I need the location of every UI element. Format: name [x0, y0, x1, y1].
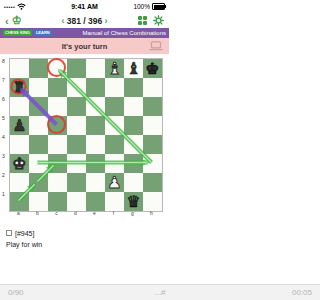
square-f1[interactable] — [105, 192, 124, 211]
square-b8[interactable] — [29, 59, 48, 78]
square-f5[interactable] — [105, 116, 124, 135]
file-label-h: h — [142, 210, 161, 217]
rank-label-5: 5 — [2, 115, 9, 134]
square-b2[interactable] — [29, 173, 48, 192]
square-d1[interactable] — [67, 192, 86, 211]
piece-white-king: ♚ — [10, 154, 29, 173]
square-a6[interactable] — [10, 97, 29, 116]
settings-gear-icon[interactable] — [153, 15, 164, 26]
square-h6[interactable] — [143, 97, 162, 116]
brand-banner: CHESS KING LEARN Manual of Chess Combina… — [0, 28, 169, 38]
square-g1[interactable]: ♛ — [124, 192, 143, 211]
puzzle-caption: [#945] Play for win — [6, 228, 169, 250]
square-d8[interactable] — [67, 59, 86, 78]
square-c4[interactable] — [48, 135, 67, 154]
square-b6[interactable] — [29, 97, 48, 116]
rank-label-6: 6 — [2, 96, 9, 115]
app-king-logo-icon[interactable]: ♔ — [12, 15, 22, 26]
rank-label-7: 7 — [2, 77, 9, 96]
puzzle-goal: Play for win — [6, 239, 169, 250]
square-h8[interactable]: ♚ — [143, 59, 162, 78]
square-g8[interactable]: ♝ — [124, 59, 143, 78]
square-f7[interactable] — [105, 78, 124, 97]
square-h3[interactable] — [143, 154, 162, 173]
chess-board[interactable]: ♝♝♚♜♟♚♟♛ — [9, 58, 163, 212]
square-g5[interactable] — [124, 116, 143, 135]
file-label-c: c — [47, 210, 66, 217]
rank-label-8: 8 — [2, 58, 9, 77]
learn-badge: LEARN — [34, 30, 52, 36]
square-c8[interactable] — [48, 59, 67, 78]
file-label-g: g — [123, 210, 142, 217]
piece-black-king: ♚ — [143, 59, 162, 78]
piece-white-bishop: ♝ — [105, 59, 124, 78]
chess-king-badge: CHESS KING — [3, 30, 32, 36]
square-f4[interactable] — [105, 135, 124, 154]
piece-white-pawn: ♟ — [105, 173, 124, 192]
board-zone: 87654321 ♝♝♚♜♟♚♟♛ abcdefgh — [0, 58, 169, 218]
square-d6[interactable] — [67, 97, 86, 116]
square-c6[interactable] — [48, 97, 67, 116]
square-g3[interactable] — [124, 154, 143, 173]
square-f3[interactable] — [105, 154, 124, 173]
rank-label-1: 1 — [2, 191, 9, 210]
square-b5[interactable] — [29, 116, 48, 135]
square-e5[interactable] — [86, 116, 105, 135]
rank-label-3: 3 — [2, 153, 9, 172]
file-label-a: a — [9, 210, 28, 217]
rank-labels: 87654321 — [2, 58, 9, 210]
square-b7[interactable] — [29, 78, 48, 97]
square-a5[interactable]: ♟ — [10, 116, 29, 135]
puzzle-bullet-icon — [6, 230, 12, 236]
prev-puzzle-button[interactable]: ‹ — [61, 16, 64, 26]
square-c5[interactable] — [48, 116, 67, 135]
puzzle-list-icon[interactable] — [138, 16, 147, 25]
piece-black-pawn: ♟ — [10, 116, 29, 135]
puzzle-counter-label: 381 / 396 — [67, 16, 102, 26]
square-g7[interactable] — [124, 78, 143, 97]
square-c1[interactable] — [48, 192, 67, 211]
square-a2[interactable] — [10, 173, 29, 192]
square-d2[interactable] — [67, 173, 86, 192]
square-f2[interactable]: ♟ — [105, 173, 124, 192]
square-d4[interactable] — [67, 135, 86, 154]
puzzle-id: [#945] — [15, 230, 34, 237]
square-c2[interactable] — [48, 173, 67, 192]
square-b1[interactable] — [29, 192, 48, 211]
square-e1[interactable] — [86, 192, 105, 211]
back-button[interactable]: ‹ — [5, 16, 9, 26]
square-b3[interactable] — [29, 154, 48, 173]
square-a1[interactable] — [10, 192, 29, 211]
square-h2[interactable] — [143, 173, 162, 192]
turn-indicator-bar: It's your turn — [0, 38, 169, 54]
square-a7[interactable]: ♜ — [10, 78, 29, 97]
square-e7[interactable] — [86, 78, 105, 97]
file-label-f: f — [104, 210, 123, 217]
piece-black-queen: ♛ — [124, 192, 143, 211]
rank-label-4: 4 — [2, 134, 9, 153]
square-a8[interactable] — [10, 59, 29, 78]
square-e8[interactable] — [86, 59, 105, 78]
square-d3[interactable] — [67, 154, 86, 173]
square-a3[interactable]: ♚ — [10, 154, 29, 173]
piece-black-rook: ♜ — [10, 78, 29, 97]
square-h5[interactable] — [143, 116, 162, 135]
square-e4[interactable] — [86, 135, 105, 154]
rank-label-2: 2 — [2, 172, 9, 191]
status-bar: ••••• 9:41 AM 100% — [0, 0, 169, 13]
square-g4[interactable] — [124, 135, 143, 154]
course-title: Manual of Chess Combinations — [83, 30, 166, 36]
nav-bar: ‹ ♔ ‹ 381 / 396 › — [0, 13, 169, 28]
file-label-d: d — [66, 210, 85, 217]
square-f8[interactable]: ♝ — [105, 59, 124, 78]
square-g6[interactable] — [124, 97, 143, 116]
square-c3[interactable] — [48, 154, 67, 173]
square-h7[interactable] — [143, 78, 162, 97]
square-e6[interactable] — [86, 97, 105, 116]
square-b4[interactable] — [29, 135, 48, 154]
square-d7[interactable] — [67, 78, 86, 97]
battery-percent: 100% — [133, 3, 150, 10]
file-labels: abcdefgh — [9, 210, 161, 217]
square-e2[interactable] — [86, 173, 105, 192]
square-h1[interactable] — [143, 192, 162, 211]
square-e3[interactable] — [86, 154, 105, 173]
square-d5[interactable] — [67, 116, 86, 135]
file-label-b: b — [28, 210, 47, 217]
square-f6[interactable] — [105, 97, 124, 116]
next-puzzle-button[interactable]: › — [105, 16, 108, 26]
file-label-e: e — [85, 210, 104, 217]
moves-label: ...# — [0, 288, 169, 297]
square-a4[interactable] — [10, 135, 29, 154]
square-g2[interactable] — [124, 173, 143, 192]
square-h4[interactable] — [143, 135, 162, 154]
piece-black-bishop: ♝ — [124, 59, 143, 78]
computer-opponent-icon[interactable] — [149, 41, 163, 51]
battery-icon — [152, 3, 165, 10]
turn-message: It's your turn — [62, 42, 108, 51]
bottom-status-bar: 0/90 ...# 00:05 — [0, 284, 169, 300]
square-c7[interactable] — [48, 78, 67, 97]
